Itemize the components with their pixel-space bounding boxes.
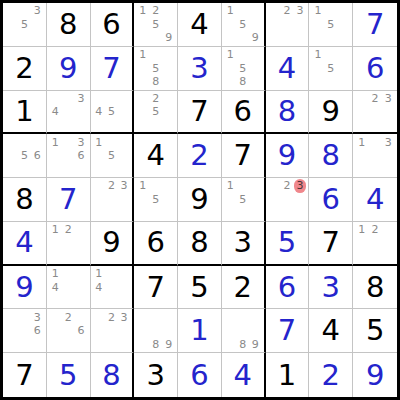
candidate-slot-empty	[118, 338, 131, 352]
candidate-slot-empty	[18, 135, 31, 149]
solved-digit: 7	[366, 10, 384, 39]
candidate-slot-empty	[162, 310, 175, 324]
cell-r9c4[interactable]: 3	[134, 353, 178, 397]
cell-r7c5[interactable]: 5	[178, 266, 222, 310]
candidate-slot-empty	[75, 338, 88, 352]
solved-digit: 4	[15, 228, 33, 257]
candidate-slot-empty	[268, 18, 281, 32]
candidate-slot-empty	[136, 18, 149, 32]
cell-r9c1[interactable]: 7	[3, 353, 47, 397]
candidate-slot-empty	[49, 163, 62, 177]
candidate-slot-empty	[5, 163, 18, 177]
candidate-slot-empty	[75, 223, 88, 236]
cell-r4c3[interactable]: 15	[91, 134, 135, 178]
cell-r9c9[interactable]: 9	[353, 353, 397, 397]
candidate-slot-empty	[311, 75, 324, 89]
solved-digit: 6	[278, 273, 296, 302]
cell-r7c2[interactable]: 14	[47, 266, 91, 310]
candidate-1[interactable]: 1	[136, 48, 149, 62]
cell-r1c8[interactable]: 15	[309, 3, 353, 47]
solved-digit: 5	[278, 228, 296, 257]
candidate-slot-empty	[118, 105, 131, 118]
cell-r3c5[interactable]: 7	[178, 91, 222, 135]
cell-r1c5[interactable]: 4	[178, 3, 222, 47]
candidate-slot-empty	[382, 118, 395, 131]
candidate-2[interactable]: 2	[105, 310, 118, 324]
given-digit: 6	[102, 10, 120, 39]
solved-digit: 9	[15, 273, 33, 302]
cell-r8c7[interactable]: 7	[266, 309, 310, 353]
candidate-slot-empty	[355, 92, 368, 105]
candidate-2[interactable]: 2	[368, 223, 381, 236]
candidate-slot-empty	[31, 18, 44, 32]
candidate-5[interactable]: 5	[105, 149, 118, 163]
cell-r4c5[interactable]: 2	[178, 134, 222, 178]
cell-r6c9[interactable]: 12	[353, 222, 397, 266]
cell-r9c7[interactable]: 1	[266, 353, 310, 397]
cell-r3c8[interactable]: 9	[309, 91, 353, 135]
cell-r1c7[interactable]: 23	[266, 3, 310, 47]
candidate-8[interactable]: 8	[236, 338, 249, 352]
candidate-slot-empty	[93, 193, 106, 207]
candidate-3[interactable]: 3	[118, 310, 131, 324]
cell-r1c4[interactable]: 1259	[134, 3, 178, 47]
candidate-grid: 45	[93, 92, 131, 132]
candidate-6[interactable]: 6	[31, 149, 44, 163]
solved-digit: 2	[322, 361, 340, 390]
candidate-4[interactable]: 4	[93, 105, 106, 118]
cell-r9c5[interactable]: 6	[178, 353, 222, 397]
candidate-2[interactable]: 2	[105, 179, 118, 193]
candidate-4[interactable]: 4	[49, 280, 62, 294]
candidate-8[interactable]: 8	[236, 75, 249, 89]
cell-r7c8[interactable]: 3	[309, 266, 353, 310]
cell-r7c7[interactable]: 6	[266, 266, 310, 310]
cell-r5c4[interactable]: 15	[134, 178, 178, 222]
cell-r5c9[interactable]: 4	[353, 178, 397, 222]
candidate-slot-empty	[62, 149, 75, 163]
candidate-slot-empty	[355, 149, 368, 163]
candidate-slot-empty	[249, 18, 262, 32]
candidate-slot-empty	[249, 48, 262, 62]
candidate-slot-empty	[93, 206, 106, 220]
candidate-slot-empty	[136, 324, 149, 338]
candidate-slot-empty	[5, 310, 18, 324]
candidate-2[interactable]: 2	[62, 223, 75, 236]
cell-r7c6[interactable]: 2	[222, 266, 266, 310]
solved-digit: 4	[278, 54, 296, 83]
candidate-slot-empty	[281, 206, 294, 220]
cell-r2c6[interactable]: 158	[222, 47, 266, 91]
cell-r4c2[interactable]: 136	[47, 134, 91, 178]
candidate-slot-empty	[105, 294, 118, 308]
candidate-slot-empty	[236, 179, 249, 193]
cell-r3c6[interactable]: 6	[222, 91, 266, 135]
candidate-slot-empty	[49, 149, 62, 163]
cell-r4c6[interactable]: 7	[222, 134, 266, 178]
given-digit: 8	[366, 273, 384, 302]
candidate-3[interactable]: 3	[31, 4, 44, 18]
candidate-slot-empty	[368, 163, 381, 177]
candidate-slot-empty	[49, 118, 62, 131]
cell-r9c2[interactable]: 5	[47, 353, 91, 397]
candidate-3[interactable]: 3	[75, 92, 88, 105]
candidate-slot-empty	[162, 48, 175, 62]
candidate-grid: 13	[355, 135, 395, 176]
candidate-3[interactable]: 3	[382, 135, 395, 149]
candidate-slot-empty	[162, 206, 175, 220]
candidate-slot-empty	[75, 249, 88, 262]
cell-r1c9[interactable]: 7	[353, 3, 397, 47]
candidate-1[interactable]: 1	[355, 135, 368, 149]
candidate-slot-empty	[268, 179, 281, 193]
cell-r6c5[interactable]: 8	[178, 222, 222, 266]
candidate-slot-empty	[118, 193, 131, 207]
candidate-slot-empty	[105, 280, 118, 294]
candidate-8[interactable]: 8	[149, 75, 162, 89]
candidate-slot-empty	[268, 193, 281, 207]
candidate-6[interactable]: 6	[75, 149, 88, 163]
cell-r4c7[interactable]: 9	[266, 134, 310, 178]
cell-r6c1[interactable]: 4	[3, 222, 47, 266]
cell-r2c2[interactable]: 9	[47, 47, 91, 91]
cell-r6c2[interactable]: 12	[47, 222, 91, 266]
candidate-5[interactable]: 5	[324, 61, 337, 75]
candidate-5[interactable]: 5	[149, 61, 162, 75]
given-digit: 1	[15, 97, 33, 126]
candidate-slot-empty	[75, 163, 88, 177]
cell-r2c8[interactable]: 15	[309, 47, 353, 91]
candidate-3-highlighted[interactable]: 3	[294, 179, 307, 193]
cell-r9c8[interactable]: 2	[309, 353, 353, 397]
cell-r7c9[interactable]: 8	[353, 266, 397, 310]
candidate-slot-empty	[49, 294, 62, 308]
cell-r4c1[interactable]: 56	[3, 134, 47, 178]
candidate-slot-empty	[149, 31, 162, 45]
candidate-slot-empty	[49, 324, 62, 338]
cell-r6c7[interactable]: 5	[266, 222, 310, 266]
candidate-slot-empty	[93, 294, 106, 308]
solved-digit: 9	[278, 141, 296, 170]
candidate-slot-empty	[249, 75, 262, 89]
candidate-slot-empty	[136, 193, 149, 207]
candidate-grid: 12	[49, 223, 88, 263]
solved-digit: 3	[322, 273, 340, 302]
candidate-slot-empty	[236, 324, 249, 338]
candidate-2[interactable]: 2	[149, 92, 162, 105]
candidate-slot-empty	[382, 163, 395, 177]
candidate-slot-empty	[162, 18, 175, 32]
candidate-1[interactable]: 1	[224, 4, 237, 18]
candidate-1[interactable]: 1	[49, 135, 62, 149]
candidate-1[interactable]: 1	[136, 179, 149, 193]
candidate-slot-empty	[268, 31, 281, 45]
given-digit: 3	[234, 228, 252, 257]
candidate-grid: 35	[5, 4, 44, 45]
candidate-slot-empty	[324, 4, 337, 18]
cell-r3c4[interactable]: 25	[134, 91, 178, 135]
candidate-5[interactable]: 5	[149, 105, 162, 118]
candidate-slot-empty	[118, 118, 131, 131]
given-digit: 2	[15, 54, 33, 83]
candidate-slot-empty	[294, 193, 307, 207]
given-digit: 7	[146, 273, 164, 302]
cell-r5c2[interactable]: 7	[47, 178, 91, 222]
candidate-slot-empty	[162, 179, 175, 193]
cell-r1c1[interactable]: 35	[3, 3, 47, 47]
cell-r8c8[interactable]: 4	[309, 309, 353, 353]
cell-r5c5[interactable]: 9	[178, 178, 222, 222]
cell-r8c9[interactable]: 5	[353, 309, 397, 353]
cell-r4c4[interactable]: 4	[134, 134, 178, 178]
cell-r5c1[interactable]: 8	[3, 178, 47, 222]
given-digit: 8	[59, 10, 77, 39]
cell-r4c9[interactable]: 13	[353, 134, 397, 178]
cell-r7c3[interactable]: 14	[91, 266, 135, 310]
candidate-slot-empty	[162, 193, 175, 207]
cell-r6c8[interactable]: 7	[309, 222, 353, 266]
given-digit: 7	[15, 361, 33, 390]
candidate-1[interactable]: 1	[49, 267, 62, 281]
candidate-slot-empty	[311, 61, 324, 75]
candidate-slot-empty	[62, 324, 75, 338]
candidate-slot-empty	[136, 75, 149, 89]
candidate-9[interactable]: 9	[249, 338, 262, 352]
candidate-1[interactable]: 1	[49, 223, 62, 236]
cell-r8c6[interactable]: 89	[222, 309, 266, 353]
candidate-9[interactable]: 9	[249, 31, 262, 45]
candidate-slot-empty	[368, 118, 381, 131]
candidate-slot-empty	[281, 31, 294, 45]
candidate-3[interactable]: 3	[75, 135, 88, 149]
candidate-5[interactable]: 5	[149, 18, 162, 32]
candidate-slot-empty	[105, 267, 118, 281]
candidate-grid: 136	[49, 135, 88, 176]
cell-r6c6[interactable]: 3	[222, 222, 266, 266]
candidate-grid: 158	[224, 48, 262, 89]
cell-r7c4[interactable]: 7	[134, 266, 178, 310]
candidate-grid: 36	[5, 310, 44, 351]
candidate-1[interactable]: 1	[355, 223, 368, 236]
cell-r1c2[interactable]: 8	[47, 3, 91, 47]
candidate-slot-empty	[224, 18, 237, 32]
candidate-3[interactable]: 3	[382, 92, 395, 105]
candidate-slot-empty	[149, 206, 162, 220]
cell-r6c4[interactable]: 6	[134, 222, 178, 266]
candidate-1[interactable]: 1	[311, 48, 324, 62]
candidate-slot-empty	[368, 135, 381, 149]
given-digit: 3	[146, 361, 164, 390]
candidate-slot-empty	[368, 105, 381, 118]
cell-r2c4[interactable]: 158	[134, 47, 178, 91]
candidate-2[interactable]: 2	[281, 179, 294, 193]
candidate-2[interactable]: 2	[281, 4, 294, 18]
candidate-8[interactable]: 8	[149, 338, 162, 352]
candidate-slot-empty	[75, 118, 88, 131]
candidate-slot-empty	[62, 118, 75, 131]
given-digit: 5	[366, 316, 384, 345]
candidate-grid: 15	[224, 179, 262, 220]
cell-r2c1[interactable]: 2	[3, 47, 47, 91]
candidate-slot-empty	[294, 31, 307, 45]
candidate-4[interactable]: 4	[49, 105, 62, 118]
candidate-slot-empty	[18, 31, 31, 45]
candidate-grid: 15	[311, 48, 350, 89]
candidate-1[interactable]: 1	[224, 179, 237, 193]
candidate-slot-empty	[136, 61, 149, 75]
candidate-slot-empty	[62, 338, 75, 352]
candidate-5[interactable]: 5	[324, 18, 337, 32]
candidate-slot-empty	[105, 193, 118, 207]
candidate-slot-empty	[105, 118, 118, 131]
candidate-4[interactable]: 4	[93, 280, 106, 294]
candidate-slot-empty	[224, 193, 237, 207]
solved-digit: 6	[190, 361, 208, 390]
candidate-1[interactable]: 1	[136, 4, 149, 18]
candidate-slot-empty	[62, 236, 75, 249]
candidate-5[interactable]: 5	[236, 193, 249, 207]
given-digit: 8	[15, 185, 33, 214]
cell-r2c9[interactable]: 6	[353, 47, 397, 91]
candidate-slot-empty	[249, 324, 262, 338]
candidate-2[interactable]: 2	[149, 4, 162, 18]
candidate-grid: 23	[268, 4, 307, 45]
candidate-slot-empty	[105, 163, 118, 177]
given-digit: 2	[234, 273, 252, 302]
candidate-slot-empty	[249, 206, 262, 220]
cell-r8c4[interactable]: 89	[134, 309, 178, 353]
candidate-slot-empty	[62, 267, 75, 281]
cell-r3c9[interactable]: 23	[353, 91, 397, 135]
candidate-3[interactable]: 3	[294, 4, 307, 18]
candidate-slot-empty	[118, 92, 131, 105]
cell-r3c2[interactable]: 34	[47, 91, 91, 135]
candidate-1[interactable]: 1	[93, 135, 106, 149]
candidate-5[interactable]: 5	[105, 105, 118, 118]
cell-r3c1[interactable]: 1	[3, 91, 47, 135]
candidate-slot-empty	[224, 61, 237, 75]
candidate-slot-empty	[337, 4, 350, 18]
cell-r1c3[interactable]: 6	[91, 3, 135, 47]
candidate-slot-empty	[149, 48, 162, 62]
candidate-3[interactable]: 3	[118, 179, 131, 193]
cell-r6c3[interactable]: 9	[91, 222, 135, 266]
given-digit: 9	[190, 185, 208, 214]
solved-digit: 6	[366, 54, 384, 83]
candidate-slot-empty	[18, 163, 31, 177]
candidate-slot-empty	[136, 338, 149, 352]
cell-r8c2[interactable]: 26	[47, 309, 91, 353]
candidate-9[interactable]: 9	[162, 31, 175, 45]
candidate-slot-empty	[62, 92, 75, 105]
cell-r5c7[interactable]: 23	[266, 178, 310, 222]
candidate-slot-empty	[18, 310, 31, 324]
candidate-slot-empty	[224, 75, 237, 89]
candidate-3[interactable]: 3	[31, 310, 44, 324]
cell-r7c1[interactable]: 9	[3, 266, 47, 310]
candidate-slot-empty	[118, 294, 131, 308]
candidate-5[interactable]: 5	[18, 149, 31, 163]
candidate-9[interactable]: 9	[162, 338, 175, 352]
candidate-grid: 23	[93, 179, 131, 220]
candidate-slot-empty	[368, 236, 381, 249]
candidate-slot-empty	[355, 249, 368, 262]
candidate-slot-empty	[382, 149, 395, 163]
candidate-6[interactable]: 6	[31, 324, 44, 338]
cell-r5c3[interactable]: 23	[91, 178, 135, 222]
cell-r5c8[interactable]: 6	[309, 178, 353, 222]
candidate-slot-empty	[162, 4, 175, 18]
cell-r2c5[interactable]: 3	[178, 47, 222, 91]
candidate-slot-empty	[49, 249, 62, 262]
cell-r2c7[interactable]: 4	[266, 47, 310, 91]
cell-r1c6[interactable]: 159	[222, 3, 266, 47]
candidate-6[interactable]: 6	[75, 324, 88, 338]
candidate-slot-empty	[5, 338, 18, 352]
candidate-grid: 25	[136, 92, 175, 132]
cell-r9c6[interactable]: 4	[222, 353, 266, 397]
candidate-slot-empty	[118, 280, 131, 294]
candidate-slot-empty	[118, 135, 131, 149]
candidate-1[interactable]: 1	[93, 267, 106, 281]
candidate-slot-empty	[49, 310, 62, 324]
candidate-slot-empty	[136, 118, 149, 131]
candidate-slot-empty	[311, 31, 324, 45]
cell-r3c7[interactable]: 8	[266, 91, 310, 135]
candidate-slot-empty	[324, 31, 337, 45]
candidate-5[interactable]: 5	[236, 61, 249, 75]
candidate-grid: 26	[49, 310, 88, 351]
sudoku-board: 3586125941592315729715831584156134452576…	[0, 0, 400, 400]
candidate-grid: 12	[355, 223, 395, 263]
given-digit: 7	[322, 228, 340, 257]
candidate-1[interactable]: 1	[311, 4, 324, 18]
cell-r8c1[interactable]: 36	[3, 309, 47, 353]
candidate-2[interactable]: 2	[368, 92, 381, 105]
candidate-grid: 158	[136, 48, 175, 89]
candidate-slot-empty	[31, 135, 44, 149]
candidate-1[interactable]: 1	[224, 48, 237, 62]
candidate-slot-empty	[18, 324, 31, 338]
cell-r8c5[interactable]: 1	[178, 309, 222, 353]
given-digit: 7	[190, 97, 208, 126]
cell-r3c3[interactable]: 45	[91, 91, 135, 135]
cell-r2c3[interactable]: 7	[91, 47, 135, 91]
candidate-slot-empty	[75, 294, 88, 308]
candidate-2[interactable]: 2	[62, 310, 75, 324]
cell-r8c3[interactable]: 23	[91, 309, 135, 353]
candidate-5[interactable]: 5	[149, 193, 162, 207]
cell-r5c6[interactable]: 15	[222, 178, 266, 222]
candidate-slot-empty	[382, 223, 395, 236]
candidate-slot-empty	[5, 4, 18, 18]
cell-r4c8[interactable]: 8	[309, 134, 353, 178]
solved-digit: 8	[102, 361, 120, 390]
candidate-slot-empty	[311, 18, 324, 32]
candidate-slot-empty	[93, 310, 106, 324]
candidate-slot-empty	[31, 163, 44, 177]
candidate-slot-empty	[162, 324, 175, 338]
candidate-5[interactable]: 5	[236, 18, 249, 32]
candidate-grid: 23	[93, 310, 131, 351]
given-digit: 9	[102, 228, 120, 257]
cell-r9c3[interactable]: 8	[91, 353, 135, 397]
candidate-slot-empty	[18, 4, 31, 18]
candidate-slot-empty	[337, 61, 350, 75]
candidate-5[interactable]: 5	[18, 18, 31, 32]
solved-digit: 5	[59, 361, 77, 390]
candidate-slot-empty	[382, 105, 395, 118]
